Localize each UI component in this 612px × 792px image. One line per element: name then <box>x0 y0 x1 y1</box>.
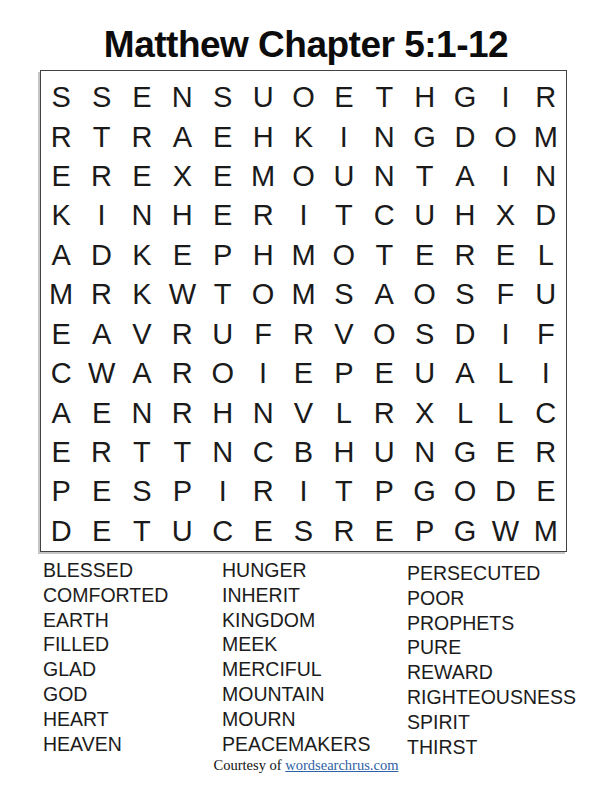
grid-cell: R <box>283 315 323 354</box>
grid-cell: K <box>122 275 162 314</box>
grid-cell: M <box>526 512 566 551</box>
grid-cell: M <box>526 117 566 156</box>
grid-cell: I <box>324 117 364 156</box>
grid-cell: E <box>364 354 404 393</box>
word-list-item: PROPHETS <box>407 611 576 636</box>
grid-cell: U <box>526 275 566 314</box>
grid-cell: G <box>404 117 444 156</box>
grid-cell: B <box>283 433 323 472</box>
word-list-item: REWARD <box>407 660 576 685</box>
grid-cell: W <box>485 512 525 551</box>
grid-cell: E <box>41 433 81 472</box>
grid-cell: E <box>404 236 444 275</box>
footer-credit: Courtesy of wordsearchrus.com <box>0 757 612 774</box>
word-list-item: MEEK <box>222 632 370 657</box>
puzzle-title: Matthew Chapter 5:1-12 <box>0 24 612 66</box>
grid-cell: P <box>324 354 364 393</box>
grid-cell: R <box>445 236 485 275</box>
grid-cell: R <box>162 354 202 393</box>
grid-cell: E <box>283 354 323 393</box>
word-list-column-1: BLESSEDCOMFORTEDEARTHFILLEDGLADGODHEARTH… <box>43 558 168 756</box>
grid-cell: N <box>162 78 202 117</box>
word-list-item: PERSECUTED <box>407 561 576 586</box>
grid-cell: E <box>364 512 404 551</box>
grid-cell: H <box>243 117 283 156</box>
grid-cell: I <box>485 78 525 117</box>
grid-cell: D <box>445 117 485 156</box>
grid-cell: O <box>404 275 444 314</box>
grid-cell: H <box>162 196 202 235</box>
grid-cell: V <box>283 393 323 432</box>
grid-cell: E <box>243 512 283 551</box>
word-list-item: EARTH <box>43 608 168 633</box>
word-list-column-3: PERSECUTEDPOORPROPHETSPUREREWARDRIGHTEOU… <box>407 561 576 759</box>
word-search-grid: SSENSUOETHGIRRTRAEHKINGDOMEREXEMOUNTAINK… <box>40 70 567 552</box>
grid-cell: N <box>122 393 162 432</box>
grid-cell: E <box>526 472 566 511</box>
grid-cell: R <box>122 117 162 156</box>
grid-cell: E <box>81 472 121 511</box>
word-list-item: HEAVEN <box>43 732 168 757</box>
grid-cell: U <box>203 315 243 354</box>
word-list-item: THIRST <box>407 735 576 760</box>
grid-cell: I <box>81 196 121 235</box>
grid-cell: K <box>283 117 323 156</box>
word-list-item: COMFORTED <box>43 583 168 608</box>
grid-cell: T <box>404 157 444 196</box>
grid-cell: A <box>81 315 121 354</box>
grid-cell: T <box>364 236 404 275</box>
grid-cell: I <box>203 472 243 511</box>
grid-cell: F <box>526 315 566 354</box>
word-list-item: MOURN <box>222 707 370 732</box>
grid-cell: O <box>364 315 404 354</box>
grid-cell: D <box>526 196 566 235</box>
grid-cell: O <box>324 236 364 275</box>
grid-cell: V <box>324 315 364 354</box>
grid-cell: R <box>243 472 283 511</box>
grid-cell: W <box>162 275 202 314</box>
grid-cell: E <box>81 512 121 551</box>
grid-cell: U <box>162 512 202 551</box>
grid-cell: R <box>364 393 404 432</box>
grid-cell: M <box>283 275 323 314</box>
grid-cell: S <box>41 78 81 117</box>
grid-cell: P <box>364 472 404 511</box>
grid-cell: N <box>404 433 444 472</box>
grid-cell: P <box>41 472 81 511</box>
grid-cell: H <box>445 196 485 235</box>
grid-cell: U <box>324 157 364 196</box>
grid-cell: M <box>41 275 81 314</box>
grid-cell: L <box>324 393 364 432</box>
grid-cell: N <box>526 157 566 196</box>
grid-cell: X <box>404 393 444 432</box>
grid-cell: N <box>203 433 243 472</box>
grid-cell: K <box>122 236 162 275</box>
grid-cell: D <box>41 512 81 551</box>
word-list-item: GLAD <box>43 657 168 682</box>
grid-cell: R <box>324 512 364 551</box>
grid-cell: L <box>526 236 566 275</box>
grid-cell: N <box>243 393 283 432</box>
grid-cell: A <box>122 354 162 393</box>
word-list-item: MERCIFUL <box>222 657 370 682</box>
grid-cell: U <box>404 196 444 235</box>
word-list-column-2: HUNGERINHERITKINGDOMMEEKMERCIFULMOUNTAIN… <box>222 558 370 756</box>
grid-cell: S <box>203 78 243 117</box>
grid-cell: N <box>364 117 404 156</box>
word-list-item: MOUNTAIN <box>222 682 370 707</box>
grid-cell: E <box>203 196 243 235</box>
grid-cell: G <box>445 512 485 551</box>
wordsearchrus-link[interactable]: wordsearchrus.com <box>285 757 398 773</box>
grid-cell: A <box>364 275 404 314</box>
grid-cell: U <box>243 78 283 117</box>
word-list-item: KINGDOM <box>222 608 370 633</box>
grid-cell: C <box>41 354 81 393</box>
word-list-item: POOR <box>407 586 576 611</box>
word-list-item: INHERIT <box>222 583 370 608</box>
grid-cell: G <box>404 472 444 511</box>
grid-cell: R <box>81 433 121 472</box>
grid-cell: X <box>485 196 525 235</box>
grid-cell: T <box>122 433 162 472</box>
grid-cell: L <box>445 393 485 432</box>
grid-cell: D <box>485 472 525 511</box>
grid-cell: O <box>485 117 525 156</box>
grid-cell: S <box>445 275 485 314</box>
grid-cell: W <box>81 354 121 393</box>
grid-cell: N <box>364 157 404 196</box>
grid-cell: T <box>122 512 162 551</box>
grid-cell: P <box>203 236 243 275</box>
grid-cell: R <box>81 157 121 196</box>
grid-cell: I <box>526 354 566 393</box>
grid-cell: R <box>162 393 202 432</box>
grid-cell: I <box>283 472 323 511</box>
grid-cell: C <box>526 393 566 432</box>
grid-cell: G <box>445 433 485 472</box>
grid-cell: F <box>243 315 283 354</box>
grid-cell: R <box>162 315 202 354</box>
grid-cell: E <box>485 236 525 275</box>
grid-cell: C <box>243 433 283 472</box>
grid-cell: V <box>122 315 162 354</box>
grid-cell: I <box>283 196 323 235</box>
grid-cell: G <box>445 78 485 117</box>
grid-cell: H <box>243 236 283 275</box>
grid-cell: E <box>162 236 202 275</box>
grid-cell: T <box>324 196 364 235</box>
grid-cell: E <box>41 315 81 354</box>
word-list-item: PEACEMAKERS <box>222 732 370 757</box>
grid-cell: S <box>324 275 364 314</box>
grid-cell: E <box>324 78 364 117</box>
grid-cell: R <box>526 433 566 472</box>
grid-cell: D <box>81 236 121 275</box>
grid-cell: P <box>162 472 202 511</box>
word-list-item: BLESSED <box>43 558 168 583</box>
grid-cell: O <box>283 157 323 196</box>
grid-cell: E <box>485 433 525 472</box>
word-list-item: PURE <box>407 635 576 660</box>
grid-cell: T <box>324 472 364 511</box>
grid-cell: D <box>445 315 485 354</box>
grid-cell: R <box>81 275 121 314</box>
grid-cell: R <box>243 196 283 235</box>
grid-cell: A <box>41 236 81 275</box>
grid-cell: S <box>404 315 444 354</box>
grid-cell: L <box>485 393 525 432</box>
grid-cell: H <box>203 393 243 432</box>
word-list-item: HEART <box>43 707 168 732</box>
grid-cell: C <box>203 512 243 551</box>
word-list-item: GOD <box>43 682 168 707</box>
word-list-item: RIGHTEOUSNESS <box>407 685 576 710</box>
grid-cell: M <box>283 236 323 275</box>
grid-cell: O <box>445 472 485 511</box>
grid-cell: R <box>526 78 566 117</box>
grid-cell: L <box>485 354 525 393</box>
grid-cell: O <box>203 354 243 393</box>
grid-cell: A <box>162 117 202 156</box>
grid-cell: O <box>283 78 323 117</box>
grid-cell: A <box>445 157 485 196</box>
grid-cell: E <box>122 78 162 117</box>
word-list-item: FILLED <box>43 632 168 657</box>
grid-cell: E <box>41 157 81 196</box>
grid-cell: T <box>162 433 202 472</box>
grid-cell: K <box>41 196 81 235</box>
grid-cell: M <box>243 157 283 196</box>
grid-cell: T <box>364 78 404 117</box>
word-list-item: HUNGER <box>222 558 370 583</box>
grid-cell: U <box>364 433 404 472</box>
grid-cell: S <box>283 512 323 551</box>
grid-cell: S <box>81 78 121 117</box>
grid-cell: E <box>203 117 243 156</box>
grid-cell: N <box>122 196 162 235</box>
grid-cell: H <box>324 433 364 472</box>
grid-cell: E <box>81 393 121 432</box>
grid-cell: A <box>41 393 81 432</box>
grid-cell: I <box>485 315 525 354</box>
grid-cell: T <box>81 117 121 156</box>
grid-cell: F <box>485 275 525 314</box>
grid-cell: C <box>364 196 404 235</box>
grid-cell: T <box>203 275 243 314</box>
grid-cell: O <box>243 275 283 314</box>
grid-cell: I <box>485 157 525 196</box>
grid-cell: X <box>162 157 202 196</box>
grid-cell: P <box>404 512 444 551</box>
grid-cell: R <box>41 117 81 156</box>
word-list-item: SPIRIT <box>407 710 576 735</box>
grid-cell: E <box>203 157 243 196</box>
grid-cell: U <box>404 354 444 393</box>
grid-cell: I <box>243 354 283 393</box>
grid-cell: H <box>404 78 444 117</box>
courtesy-text: Courtesy of <box>214 757 286 773</box>
grid-cell: A <box>445 354 485 393</box>
grid-cell: S <box>122 472 162 511</box>
grid-cell: E <box>122 157 162 196</box>
